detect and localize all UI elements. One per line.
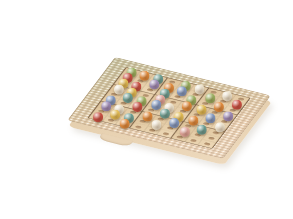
ball-teal[interactable] — [197, 125, 207, 135]
ball-cream[interactable] — [152, 120, 162, 130]
ball-blue[interactable] — [169, 118, 179, 128]
ball-pink[interactable] — [179, 127, 189, 137]
ball-blue[interactable] — [177, 86, 187, 96]
ball-teal[interactable] — [160, 109, 170, 119]
ball-blue[interactable] — [206, 113, 216, 123]
ball-orange[interactable] — [142, 111, 152, 121]
ball-cream[interactable] — [215, 122, 225, 132]
ball-cream[interactable] — [195, 84, 205, 94]
ball-cream[interactable] — [114, 84, 124, 94]
ball-orange[interactable] — [182, 101, 192, 111]
ball-orange[interactable] — [120, 119, 130, 129]
empty-hole — [208, 137, 215, 141]
ball-green[interactable] — [205, 93, 215, 103]
ball-yellow[interactable] — [196, 105, 206, 115]
empty-hole — [135, 125, 142, 129]
ball-purple[interactable] — [223, 111, 233, 121]
sudoku-board — [67, 57, 271, 159]
ball-purple[interactable] — [149, 80, 159, 90]
ball-teal[interactable] — [123, 93, 133, 103]
ball-orange[interactable] — [188, 116, 198, 126]
ball-orange[interactable] — [140, 71, 150, 81]
ball-orange[interactable] — [214, 102, 224, 112]
ball-red[interactable] — [132, 102, 142, 112]
ball-purple[interactable] — [101, 101, 111, 111]
empty-hole — [162, 132, 169, 136]
ball-yellow[interactable] — [110, 110, 120, 120]
ball-red[interactable] — [93, 112, 103, 122]
empty-hole — [203, 142, 210, 146]
empty-hole — [190, 139, 197, 143]
ball-blue[interactable] — [151, 100, 161, 110]
product-photo-background — [0, 0, 293, 219]
ball-red[interactable] — [232, 100, 242, 110]
ball-cream[interactable] — [222, 91, 232, 101]
